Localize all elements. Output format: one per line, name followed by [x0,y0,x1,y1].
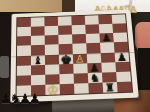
square-r3c6 [100,43,115,53]
square-r3c1 [31,45,45,55]
black-captured-piece: ♟ [29,89,41,109]
black-rook-piece: ♜ [103,82,118,94]
chess-photo: ♙♘♙♗♙♖♙ ♟♝♚♙♟♟♞♔♜ ♟♞♟♟ [0,0,150,112]
square-r2c3 [58,35,72,45]
square-r3c0 [17,46,31,56]
square-r1c1 [31,26,45,36]
square-r5c7 [115,61,130,71]
square-r5c2 [45,64,59,74]
square-r0c5 [85,15,99,25]
black-captured-piece: ♞ [8,88,22,109]
square-r2c0 [17,36,31,46]
square-r1c3 [58,25,72,35]
square-r0c4 [71,16,85,26]
square-r3c5 [86,43,100,53]
square-r1c0 [17,27,31,37]
square-r1c2 [45,26,59,36]
square-r3c2 [45,45,59,55]
square-r1c6 [99,24,113,34]
square-r2c1 [31,36,45,46]
square-r7c7 [117,81,132,92]
square-r3c3 [59,44,73,54]
square-r6c2 [45,74,59,85]
square-r5c4 [73,63,88,73]
square-r1c4 [72,25,86,35]
square-r6c0 [17,75,31,86]
square-r3c4 [72,44,86,54]
square-r1c7 [112,23,126,33]
square-r5c0 [17,65,31,76]
square-r2c4 [72,34,86,44]
square-r6c1 [31,74,45,85]
square-r5c1 [31,65,45,75]
square-r5c3 [59,63,73,73]
side-object [0,56,9,78]
square-r2c6: ♟ [99,33,113,43]
square-r6c5: ♞ [88,72,103,83]
square-r2c7 [113,33,127,43]
square-r3c7 [114,42,129,52]
square-r2c2 [45,35,59,45]
square-r0c0 [17,18,31,28]
square-r5c6 [101,62,116,72]
square-r6c3 [59,73,74,84]
shadow-corner [138,48,150,90]
square-r2c5 [86,34,100,44]
captured-black-pieces: ♟♞♟♟ [2,88,82,112]
square-r6c7 [116,71,131,82]
square-r5c5: ♟ [87,62,102,72]
square-r6c4 [74,73,89,84]
square-r7c5 [88,82,103,93]
square-r1c5 [85,24,99,34]
square-r0c1 [31,17,45,27]
square-r6c6 [102,72,117,83]
square-r7c6: ♜ [103,82,118,93]
